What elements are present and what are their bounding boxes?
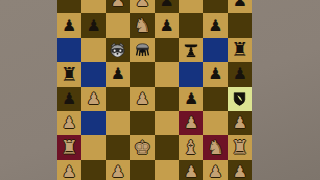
dark-pawn-piece: ♟ [233, 66, 247, 82]
square-r5c1[interactable]: ♟ [57, 87, 81, 111]
light-pawn-piece: ♟ [86, 91, 100, 107]
dark-pawn-piece: ♟ [86, 18, 100, 34]
square-r4c6[interactable] [179, 62, 203, 86]
square-r1c4[interactable]: ♟ [130, 0, 154, 13]
square-r2c7[interactable]: ♟ [203, 13, 227, 37]
square-r4c4[interactable] [130, 62, 154, 86]
dark-pawn-piece: ♟ [184, 91, 198, 107]
square-r1c7[interactable] [203, 0, 227, 13]
square-r8c8[interactable]: ♟ [228, 160, 252, 180]
square-r4c3[interactable]: ♟ [106, 62, 130, 86]
light-pawn-piece: ♟ [111, 164, 125, 180]
square-r4c5[interactable] [155, 62, 179, 86]
square-r8c5[interactable] [155, 160, 179, 180]
light-bishop-piece: ♝ [183, 138, 200, 157]
square-r6c1[interactable]: ♟ [57, 111, 81, 135]
square-r3c7[interactable] [203, 38, 227, 62]
square-r4c2[interactable] [81, 62, 105, 86]
square-r2c6[interactable] [179, 13, 203, 37]
square-r2c3[interactable] [106, 13, 130, 37]
square-r3c5[interactable] [155, 38, 179, 62]
light-pawn-piece: ♟ [233, 164, 247, 180]
square-r1c2[interactable] [81, 0, 105, 13]
raccoon-icon [108, 40, 127, 59]
square-r8c6[interactable]: ♟ [179, 160, 203, 180]
light-pawn-piece: ♟ [135, 91, 149, 107]
square-r3c6[interactable] [179, 38, 203, 62]
square-r5c7[interactable] [203, 87, 227, 111]
light-rook-piece: ♜ [61, 138, 78, 157]
square-r2c1[interactable]: ♟ [57, 13, 81, 37]
square-r8c7[interactable]: ♟ [203, 160, 227, 180]
square-r5c3[interactable] [106, 87, 130, 111]
square-r2c4[interactable]: ♞ [130, 13, 154, 37]
light-pawn-piece: ♟ [233, 115, 247, 131]
light-pawn-piece: ♟ [135, 0, 149, 9]
shield-crest-icon [231, 90, 248, 107]
spider-icon [133, 40, 152, 59]
light-pawn-piece: ♟ [62, 115, 76, 131]
square-r2c2[interactable]: ♟ [81, 13, 105, 37]
square-r8c2[interactable] [81, 160, 105, 180]
square-r6c8[interactable]: ♟ [228, 111, 252, 135]
game-screen: ♟♟♟♟♟♟♞♟♟♜♜♟♟♟♟♟♟♟♟♟♟♜♚♝♞♜♟♟♟♟♟ [0, 0, 320, 180]
dark-pawn-piece: ♟ [233, 0, 247, 9]
square-r2c5[interactable]: ♟ [155, 13, 179, 37]
light-knight-piece: ♞ [134, 16, 151, 35]
square-r8c4[interactable] [130, 160, 154, 180]
square-r7c1[interactable]: ♜ [57, 135, 81, 159]
square-r3c4[interactable] [130, 38, 154, 62]
dark-pawn-piece: ♟ [62, 18, 76, 34]
square-r6c4[interactable] [130, 111, 154, 135]
square-r6c6[interactable]: ♟ [179, 111, 203, 135]
dark-pawn-piece: ♟ [160, 18, 174, 34]
square-r4c1[interactable]: ♜ [57, 62, 81, 86]
dark-totem-icon [182, 41, 200, 59]
square-r1c5[interactable]: ♟ [155, 0, 179, 13]
square-r3c3[interactable] [106, 38, 130, 62]
square-r3c8[interactable]: ♜ [228, 38, 252, 62]
dark-pawn-piece: ♟ [160, 0, 174, 9]
dark-pawn-piece: ♟ [111, 66, 125, 82]
square-r7c3[interactable] [106, 135, 130, 159]
dark-pawn-piece: ♟ [62, 91, 76, 107]
dark-rook-piece: ♜ [231, 40, 248, 59]
square-r4c8[interactable]: ♟ [228, 62, 252, 86]
square-r7c7[interactable]: ♞ [203, 135, 227, 159]
square-r5c8[interactable] [228, 87, 252, 111]
square-r5c4[interactable]: ♟ [130, 87, 154, 111]
square-r6c7[interactable] [203, 111, 227, 135]
light-pawn-piece: ♟ [208, 164, 222, 180]
light-pawn-piece: ♟ [62, 164, 76, 180]
square-r7c5[interactable] [155, 135, 179, 159]
square-r7c4[interactable]: ♚ [130, 135, 154, 159]
square-r6c2[interactable] [81, 111, 105, 135]
light-rook-piece: ♜ [231, 138, 248, 157]
square-r6c5[interactable] [155, 111, 179, 135]
chess-board: ♟♟♟♟♟♟♞♟♟♜♜♟♟♟♟♟♟♟♟♟♟♜♚♝♞♜♟♟♟♟♟ [57, 0, 252, 180]
square-r5c5[interactable] [155, 87, 179, 111]
square-r1c1[interactable] [57, 0, 81, 13]
light-knight-piece: ♞ [207, 138, 224, 157]
square-r7c6[interactable]: ♝ [179, 135, 203, 159]
square-r4c7[interactable]: ♟ [203, 62, 227, 86]
square-r1c3[interactable]: ♟ [106, 0, 130, 13]
square-r3c1[interactable] [57, 38, 81, 62]
square-r2c8[interactable] [228, 13, 252, 37]
square-r1c6[interactable] [179, 0, 203, 13]
square-r5c2[interactable]: ♟ [81, 87, 105, 111]
dark-rook-piece: ♜ [61, 65, 78, 84]
dark-pawn-piece: ♟ [208, 18, 222, 34]
dark-pawn-piece: ♟ [208, 66, 222, 82]
square-r3c2[interactable] [81, 38, 105, 62]
square-r8c3[interactable]: ♟ [106, 160, 130, 180]
light-pawn-piece: ♟ [184, 164, 198, 180]
square-r7c8[interactable]: ♜ [228, 135, 252, 159]
square-r6c3[interactable] [106, 111, 130, 135]
square-r5c6[interactable]: ♟ [179, 87, 203, 111]
light-pawn-piece: ♟ [184, 115, 198, 131]
light-pawn-piece: ♟ [111, 0, 125, 9]
square-r7c2[interactable] [81, 135, 105, 159]
square-r1c8[interactable]: ♟ [228, 0, 252, 13]
square-r8c1[interactable]: ♟ [57, 160, 81, 180]
light-king-piece: ♚ [134, 138, 151, 157]
